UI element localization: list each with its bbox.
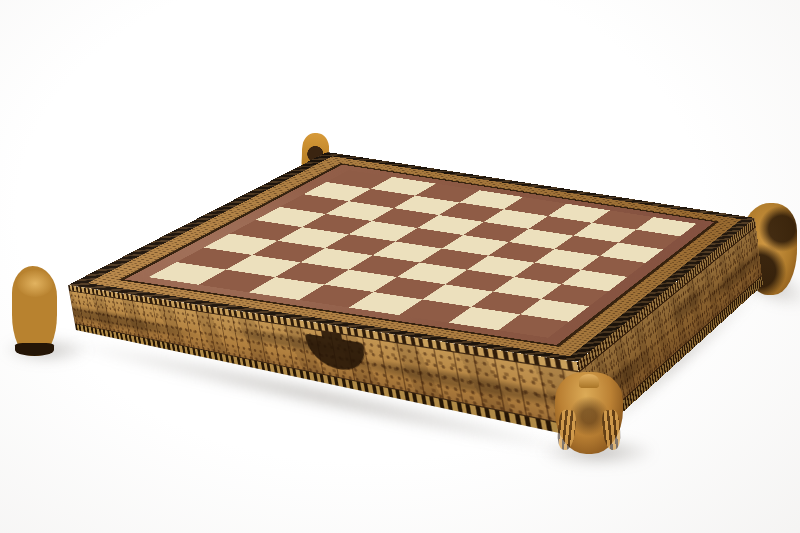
product-photo-scene — [0, 0, 800, 533]
nemes-flap-left — [556, 409, 577, 451]
sphinx-crown — [579, 374, 599, 388]
nemes-flap-right — [601, 409, 622, 451]
sphinx-foot-left — [12, 266, 57, 356]
sphinx-foot-near — [555, 372, 623, 454]
